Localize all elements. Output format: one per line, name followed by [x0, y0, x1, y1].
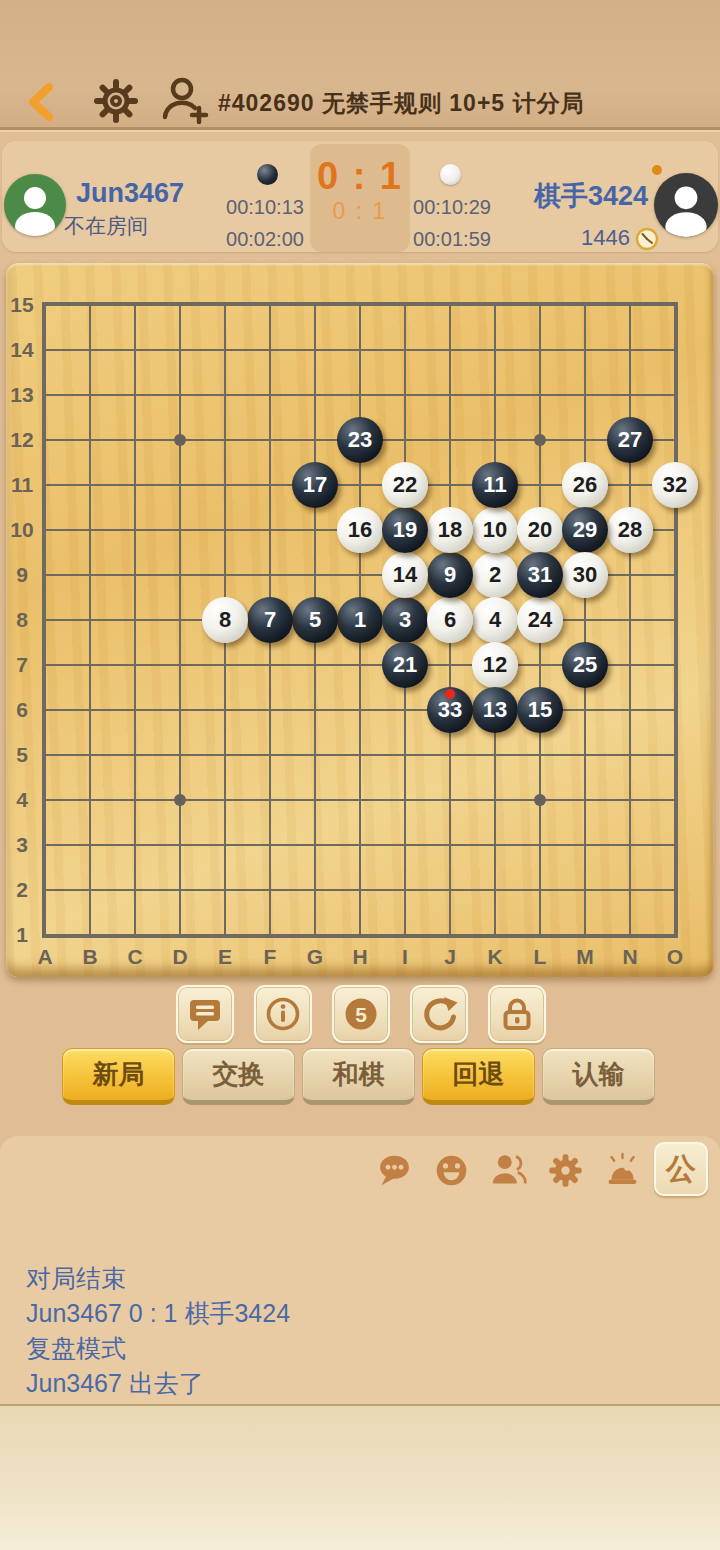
back-icon[interactable] [26, 82, 56, 122]
stone-number: 7 [264, 609, 276, 631]
clock-icon [635, 227, 659, 251]
column-label: I [402, 945, 408, 969]
gomoku-board[interactable]: 151413121110987654321ABCDEFGHIJKLMNO1234… [6, 263, 714, 977]
stone-number: 15 [528, 699, 552, 721]
svg-text:5: 5 [355, 1003, 367, 1026]
message-icon [185, 994, 225, 1034]
stone-number: 6 [444, 609, 456, 631]
row-label: 12 [10, 428, 33, 452]
row-label: 6 [16, 698, 28, 722]
stone-number: 21 [393, 654, 417, 676]
stone-number: 22 [393, 474, 417, 496]
stone-number: 28 [618, 519, 642, 541]
stone-black-29: 29 [562, 507, 608, 553]
row-label: 7 [16, 653, 28, 677]
stone-number: 17 [303, 474, 327, 496]
stone-black-11: 11 [472, 462, 518, 508]
stone-white-4: 4 [472, 597, 518, 643]
stone-black-17: 17 [292, 462, 338, 508]
swap-button[interactable]: 交换 [182, 1048, 295, 1105]
star-point [534, 434, 546, 446]
undo-button[interactable]: 回退 [422, 1048, 535, 1105]
lock-button[interactable] [488, 985, 546, 1043]
gear-icon[interactable] [92, 77, 140, 125]
row-label: 13 [10, 383, 33, 407]
stone-white-8: 8 [202, 597, 248, 643]
resign-button[interactable]: 认输 [542, 1048, 655, 1105]
stone-white-28: 28 [607, 507, 653, 553]
column-label: N [622, 945, 637, 969]
stone-black-1: 1 [337, 597, 383, 643]
person-icon [4, 174, 66, 236]
players-icon[interactable] [490, 1152, 527, 1189]
stone-black-23: 23 [337, 417, 383, 463]
column-label: C [127, 945, 142, 969]
draw-button[interactable]: 和棋 [302, 1048, 415, 1105]
stone-number: 5 [309, 609, 321, 631]
stone-black-5: 5 [292, 597, 338, 643]
lock-icon [497, 994, 537, 1034]
stone-number: 32 [663, 474, 687, 496]
chat-message: Jun3467 出去了 [26, 1367, 686, 1400]
stone-white-14: 14 [382, 552, 428, 598]
row-label: 1 [16, 923, 28, 947]
stone-number: 23 [348, 429, 372, 451]
column-label: M [576, 945, 594, 969]
column-label: H [352, 945, 367, 969]
stone-number: 9 [444, 564, 456, 586]
stone-white-12: 12 [472, 642, 518, 688]
stone-number: 24 [528, 609, 552, 631]
stone-number: 2 [489, 564, 501, 586]
add-player-icon[interactable] [158, 75, 210, 127]
redo-icon [419, 994, 459, 1034]
right-player-rating: 1446 [560, 225, 630, 251]
right-player-name: 棋手3424 [530, 178, 648, 214]
stone-number: 18 [438, 519, 462, 541]
left-sub-time: 00:02:00 [210, 228, 320, 251]
right-player-avatar[interactable] [654, 173, 718, 237]
stone-number: 10 [483, 519, 507, 541]
row-label: 14 [10, 338, 33, 362]
right-main-time: 00:10:29 [397, 196, 507, 219]
stone-white-18: 18 [427, 507, 473, 553]
column-label: J [444, 945, 456, 969]
black-stone-indicator [257, 164, 278, 185]
top-bar: #402690 无禁手规则 10+5 计分局 [0, 0, 720, 130]
stone-white-2: 2 [472, 552, 518, 598]
stone-number: 27 [618, 429, 642, 451]
stone-black-19: 19 [382, 507, 428, 553]
stone-black-31: 31 [517, 552, 563, 598]
stone-number: 33 [438, 699, 462, 721]
stone-black-21: 21 [382, 642, 428, 688]
stone-black-27: 27 [607, 417, 653, 463]
row-label: 4 [16, 788, 28, 812]
column-label: B [82, 945, 97, 969]
stone-white-6: 6 [427, 597, 473, 643]
stone-number: 31 [528, 564, 552, 586]
stone-number: 4 [489, 609, 501, 631]
column-label: A [37, 945, 52, 969]
info-icon [263, 994, 303, 1034]
stone-white-26: 26 [562, 462, 608, 508]
chat-input-area[interactable] [0, 1404, 720, 1550]
stone-white-16: 16 [337, 507, 383, 553]
stone-white-32: 32 [652, 462, 698, 508]
stone-number: 11 [483, 474, 506, 496]
row-label: 3 [16, 833, 28, 857]
move-numbers-button[interactable]: 5 [332, 985, 390, 1043]
stone-number: 13 [483, 699, 507, 721]
column-label: E [218, 945, 232, 969]
person-icon [654, 173, 718, 237]
stone-black-33: 33 [427, 687, 473, 733]
row-label: 10 [10, 518, 33, 542]
emoji-icon[interactable] [433, 1152, 470, 1189]
left-player-status: 不在房间 [64, 212, 148, 240]
row-label: 8 [16, 608, 28, 632]
turn-indicator-dot [652, 165, 662, 175]
stone-number: 3 [399, 609, 411, 631]
stone-number: 30 [573, 564, 597, 586]
chat-message: 对局结束 [26, 1262, 686, 1295]
stone-white-20: 20 [517, 507, 563, 553]
star-point [534, 794, 546, 806]
stone-number: 25 [573, 654, 597, 676]
stone-number: 8 [219, 609, 231, 631]
stone-white-24: 24 [517, 597, 563, 643]
column-label: L [534, 945, 547, 969]
score-sub: 0 : 1 [310, 198, 410, 225]
stone-number: 19 [393, 519, 417, 541]
info-button[interactable] [254, 985, 312, 1043]
stone-number: 26 [573, 474, 597, 496]
white-stone-indicator [440, 164, 461, 185]
chat-message: Jun3467 0 : 1 棋手3424 [26, 1297, 686, 1330]
stone-black-25: 25 [562, 642, 608, 688]
row-label: 15 [10, 293, 33, 317]
stone-black-9: 9 [427, 552, 473, 598]
stone-black-15: 15 [517, 687, 563, 733]
column-label: F [264, 945, 277, 969]
column-label: D [172, 945, 187, 969]
public-chat-button[interactable]: 公 [654, 1142, 708, 1196]
column-label: O [667, 945, 683, 969]
column-label: G [307, 945, 323, 969]
stone-black-13: 13 [472, 687, 518, 733]
score-main: 0 : 1 [310, 155, 410, 198]
right-sub-time: 00:01:59 [397, 228, 507, 251]
stone-white-30: 30 [562, 552, 608, 598]
row-label: 11 [11, 473, 33, 497]
row-label: 5 [16, 743, 28, 767]
stone-white-10: 10 [472, 507, 518, 553]
room-title: #402690 无禁手规则 10+5 计分局 [218, 88, 585, 119]
stone-number: 16 [348, 519, 372, 541]
stone-white-22: 22 [382, 462, 428, 508]
left-main-time: 00:10:13 [210, 196, 320, 219]
stone-number: 12 [483, 654, 507, 676]
five-circle-icon: 5 [341, 994, 381, 1034]
chat-gear-icon[interactable] [547, 1152, 584, 1189]
last-move-marker [445, 689, 455, 699]
left-player-name: Jun3467 [76, 178, 184, 209]
stone-number: 1 [354, 609, 366, 631]
rotate-button[interactable] [410, 985, 468, 1043]
column-label: K [487, 945, 502, 969]
stone-black-7: 7 [247, 597, 293, 643]
star-point [174, 434, 186, 446]
chat-bubble-icon[interactable] [376, 1152, 413, 1189]
row-label: 2 [16, 878, 28, 902]
star-point [174, 794, 186, 806]
stone-number: 29 [573, 519, 597, 541]
stone-number: 14 [393, 564, 417, 586]
alarm-icon[interactable] [604, 1152, 641, 1189]
new-game-button[interactable]: 新局 [62, 1048, 175, 1105]
row-label: 9 [16, 563, 28, 587]
chat-message: 复盘模式 [26, 1332, 686, 1365]
chat-message-button[interactable] [176, 985, 234, 1043]
stone-black-3: 3 [382, 597, 428, 643]
stone-number: 20 [528, 519, 552, 541]
left-player-avatar[interactable] [4, 174, 66, 236]
